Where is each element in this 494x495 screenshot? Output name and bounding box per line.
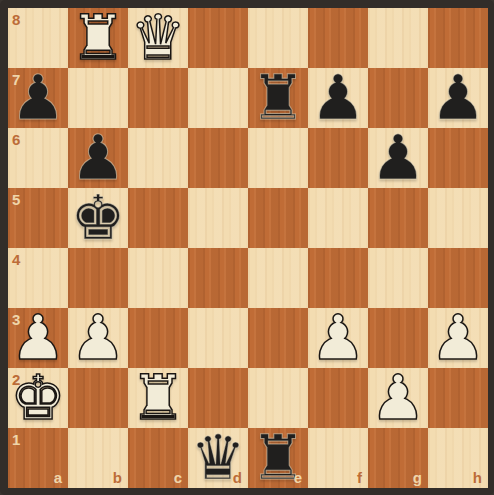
rank-label-8: 8 xyxy=(12,12,20,27)
white-pawn[interactable]: ♟ xyxy=(368,368,428,428)
square-d3[interactable] xyxy=(188,308,248,368)
rank-label-1: 1 xyxy=(12,432,20,447)
black-king[interactable]: ♚ xyxy=(68,188,128,248)
black-queen[interactable]: ♛ xyxy=(188,428,248,488)
file-label-b: b xyxy=(113,470,122,485)
square-c8[interactable]: ♛ xyxy=(128,8,188,68)
black-rook[interactable]: ♜ xyxy=(248,428,308,488)
square-d7[interactable] xyxy=(188,68,248,128)
square-g7[interactable] xyxy=(368,68,428,128)
square-d6[interactable] xyxy=(188,128,248,188)
square-c6[interactable] xyxy=(128,128,188,188)
square-e2[interactable] xyxy=(248,368,308,428)
square-e8[interactable] xyxy=(248,8,308,68)
file-label-c: c xyxy=(174,470,182,485)
square-f4[interactable] xyxy=(308,248,368,308)
white-rook[interactable]: ♜ xyxy=(68,8,128,68)
black-pawn[interactable]: ♟ xyxy=(308,68,368,128)
rank-label-5: 5 xyxy=(12,192,20,207)
square-g8[interactable] xyxy=(368,8,428,68)
black-pawn[interactable]: ♟ xyxy=(368,128,428,188)
square-f2[interactable] xyxy=(308,368,368,428)
square-e6[interactable] xyxy=(248,128,308,188)
square-h3[interactable]: ♟ xyxy=(428,308,488,368)
square-c4[interactable] xyxy=(128,248,188,308)
square-b4[interactable] xyxy=(68,248,128,308)
file-label-f: f xyxy=(357,470,362,485)
square-e4[interactable] xyxy=(248,248,308,308)
square-c2[interactable]: ♜ xyxy=(128,368,188,428)
board-frame: 8♜♛♟7♜♟♟6♟♟5♚4♟3♟♟♟♚2♜♟1abc♛d♜efgh xyxy=(0,0,494,495)
square-c5[interactable] xyxy=(128,188,188,248)
square-a4[interactable]: 4 xyxy=(8,248,68,308)
square-e3[interactable] xyxy=(248,308,308,368)
square-f3[interactable]: ♟ xyxy=(308,308,368,368)
square-e5[interactable] xyxy=(248,188,308,248)
square-h2[interactable] xyxy=(428,368,488,428)
file-label-a: a xyxy=(54,470,62,485)
square-d5[interactable] xyxy=(188,188,248,248)
black-rook[interactable]: ♜ xyxy=(248,68,308,128)
square-f6[interactable] xyxy=(308,128,368,188)
white-queen[interactable]: ♛ xyxy=(128,8,188,68)
square-a8[interactable]: 8 xyxy=(8,8,68,68)
square-h7[interactable]: ♟ xyxy=(428,68,488,128)
white-pawn[interactable]: ♟ xyxy=(68,308,128,368)
square-g1[interactable]: g xyxy=(368,428,428,488)
square-c7[interactable] xyxy=(128,68,188,128)
square-b2[interactable] xyxy=(68,368,128,428)
square-b7[interactable] xyxy=(68,68,128,128)
black-pawn[interactable]: ♟ xyxy=(68,128,128,188)
square-b6[interactable]: ♟ xyxy=(68,128,128,188)
white-pawn[interactable]: ♟ xyxy=(308,308,368,368)
square-c3[interactable] xyxy=(128,308,188,368)
square-d2[interactable] xyxy=(188,368,248,428)
square-g4[interactable] xyxy=(368,248,428,308)
square-b1[interactable]: b xyxy=(68,428,128,488)
square-h5[interactable] xyxy=(428,188,488,248)
square-e1[interactable]: ♜e xyxy=(248,428,308,488)
square-g2[interactable]: ♟ xyxy=(368,368,428,428)
white-pawn[interactable]: ♟ xyxy=(428,308,488,368)
square-g5[interactable] xyxy=(368,188,428,248)
white-rook[interactable]: ♜ xyxy=(128,368,188,428)
square-a1[interactable]: 1a xyxy=(8,428,68,488)
white-pawn[interactable]: ♟ xyxy=(8,308,68,368)
square-b5[interactable]: ♚ xyxy=(68,188,128,248)
chess-board: 8♜♛♟7♜♟♟6♟♟5♚4♟3♟♟♟♚2♜♟1abc♛d♜efgh xyxy=(8,8,488,488)
square-h6[interactable] xyxy=(428,128,488,188)
rank-label-6: 6 xyxy=(12,132,20,147)
square-a3[interactable]: ♟3 xyxy=(8,308,68,368)
square-f8[interactable] xyxy=(308,8,368,68)
square-f5[interactable] xyxy=(308,188,368,248)
square-g6[interactable]: ♟ xyxy=(368,128,428,188)
square-e7[interactable]: ♜ xyxy=(248,68,308,128)
square-g3[interactable] xyxy=(368,308,428,368)
square-h8[interactable] xyxy=(428,8,488,68)
rank-label-4: 4 xyxy=(12,252,20,267)
square-a7[interactable]: ♟7 xyxy=(8,68,68,128)
square-d4[interactable] xyxy=(188,248,248,308)
white-king[interactable]: ♚ xyxy=(8,368,68,428)
square-b3[interactable]: ♟ xyxy=(68,308,128,368)
square-h4[interactable] xyxy=(428,248,488,308)
square-a2[interactable]: ♚2 xyxy=(8,368,68,428)
square-h1[interactable]: h xyxy=(428,428,488,488)
square-c1[interactable]: c xyxy=(128,428,188,488)
black-pawn[interactable]: ♟ xyxy=(428,68,488,128)
file-label-g: g xyxy=(413,470,422,485)
black-pawn[interactable]: ♟ xyxy=(8,68,68,128)
file-label-h: h xyxy=(473,470,482,485)
square-d1[interactable]: ♛d xyxy=(188,428,248,488)
square-b8[interactable]: ♜ xyxy=(68,8,128,68)
square-f7[interactable]: ♟ xyxy=(308,68,368,128)
square-a6[interactable]: 6 xyxy=(8,128,68,188)
square-f1[interactable]: f xyxy=(308,428,368,488)
square-d8[interactable] xyxy=(188,8,248,68)
square-a5[interactable]: 5 xyxy=(8,188,68,248)
